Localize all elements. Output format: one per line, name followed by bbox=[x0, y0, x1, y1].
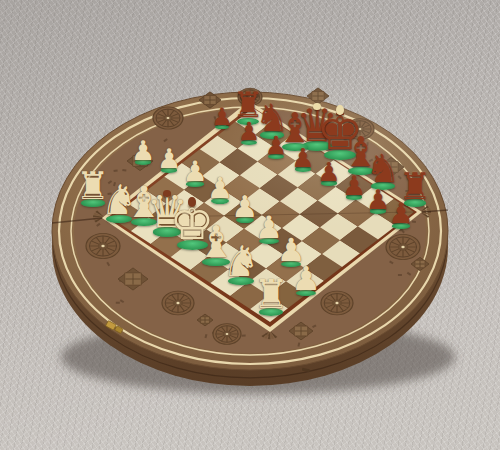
finial-knob bbox=[188, 197, 196, 207]
brown-p-glyph: ♟ bbox=[342, 172, 366, 199]
brown-p-glyph: ♟ bbox=[388, 200, 413, 228]
brown-p-glyph: ♟ bbox=[317, 159, 340, 185]
brown-p-glyph: ♟ bbox=[366, 186, 390, 213]
brown-p-glyph: ♟ bbox=[211, 105, 233, 129]
brown-p-glyph: ♟ bbox=[238, 119, 260, 144]
white-r-glyph: ♜ bbox=[253, 274, 289, 314]
white-p-glyph: ♟ bbox=[291, 262, 321, 295]
chess-pieces-layer: ♜♟♞♟♛♝♚♟♟♟♟♝♟♟♞♟♟♜♜♟♞♟♝♟♛♟♚♝♟♞♟♜ bbox=[0, 0, 500, 450]
white-p-glyph: ♟ bbox=[131, 137, 155, 164]
brown-p-glyph: ♟ bbox=[265, 133, 287, 158]
white-p-glyph: ♟ bbox=[157, 145, 181, 172]
brown-n-glyph: ♞ bbox=[366, 149, 401, 188]
white-p-glyph: ♟ bbox=[182, 158, 207, 186]
brown-p-glyph: ♟ bbox=[291, 145, 314, 171]
product-photo-round-chess-set: ♜♟♞♟♛♝♚♟♟♟♟♝♟♟♞♟♟♜♜♟♞♟♝♟♛♟♚♝♟♞♟♜ bbox=[0, 0, 500, 450]
